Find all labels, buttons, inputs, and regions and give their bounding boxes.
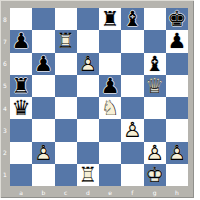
square-d3[interactable]	[77, 119, 99, 141]
file-label-g: g	[144, 187, 166, 198]
square-h3[interactable]	[166, 119, 188, 141]
rank-label-8: 8	[0, 8, 10, 30]
square-f1[interactable]	[121, 164, 143, 186]
square-h8[interactable]: ♚	[166, 8, 188, 30]
square-b4[interactable]	[32, 97, 54, 119]
square-b8[interactable]	[32, 8, 54, 30]
piece-white-king: ♚♔	[144, 164, 166, 186]
rank-label-6: 6	[0, 53, 10, 75]
piece-white-rook: ♜♖	[55, 30, 77, 52]
file-label-d: d	[77, 187, 99, 198]
piece-white-pawn: ♟♙	[32, 142, 54, 164]
file-label-c: c	[55, 187, 77, 198]
chessboard-widget: 87654321 ♜♝♚♟♜♖♟♟♟♙♝♜♟♛♕♛♞♘♟♙♟♙♟♙♟♙♜♖♚♔ …	[0, 0, 200, 200]
square-f3[interactable]: ♟♙	[121, 119, 143, 141]
square-f5[interactable]	[121, 75, 143, 97]
piece-white-queen: ♛♕	[144, 75, 166, 97]
file-label-h: h	[166, 187, 188, 198]
square-g7[interactable]	[144, 30, 166, 52]
rank-label-1: 1	[0, 164, 10, 186]
square-d5[interactable]	[77, 75, 99, 97]
square-g3[interactable]	[144, 119, 166, 141]
square-h6[interactable]	[166, 53, 188, 75]
square-b5[interactable]	[32, 75, 54, 97]
rank-label-3: 3	[0, 119, 10, 141]
square-f2[interactable]	[121, 142, 143, 164]
square-d4[interactable]	[77, 97, 99, 119]
square-a5[interactable]: ♜	[10, 75, 32, 97]
square-g5[interactable]: ♛♕	[144, 75, 166, 97]
square-a6[interactable]	[10, 53, 32, 75]
file-label-a: a	[10, 187, 32, 198]
piece-black-queen: ♛	[10, 97, 32, 119]
square-a8[interactable]	[10, 8, 32, 30]
square-d1[interactable]: ♜♖	[77, 164, 99, 186]
square-e5[interactable]: ♟	[99, 75, 121, 97]
piece-black-rook: ♜	[99, 8, 121, 30]
square-b3[interactable]	[32, 119, 54, 141]
file-label-e: e	[99, 187, 121, 198]
square-e1[interactable]	[99, 164, 121, 186]
rank-label-4: 4	[0, 97, 10, 119]
square-h1[interactable]	[166, 164, 188, 186]
board: ♜♝♚♟♜♖♟♟♟♙♝♜♟♛♕♛♞♘♟♙♟♙♟♙♟♙♜♖♚♔	[10, 8, 188, 186]
square-c5[interactable]	[55, 75, 77, 97]
square-c6[interactable]	[55, 53, 77, 75]
square-c8[interactable]	[55, 8, 77, 30]
square-f8[interactable]: ♝	[121, 8, 143, 30]
rank-label-5: 5	[0, 75, 10, 97]
piece-white-pawn: ♟♙	[77, 53, 99, 75]
square-b2[interactable]: ♟♙	[32, 142, 54, 164]
piece-black-bishop: ♝	[144, 53, 166, 75]
square-g2[interactable]: ♟♙	[144, 142, 166, 164]
square-e2[interactable]	[99, 142, 121, 164]
square-a3[interactable]	[10, 119, 32, 141]
square-h2[interactable]: ♟♙	[166, 142, 188, 164]
piece-black-king: ♚	[166, 8, 188, 30]
square-c7[interactable]: ♜♖	[55, 30, 77, 52]
rank-labels: 87654321	[0, 8, 10, 186]
piece-white-rook: ♜♖	[77, 164, 99, 186]
square-f6[interactable]	[121, 53, 143, 75]
square-c1[interactable]	[55, 164, 77, 186]
square-e3[interactable]	[99, 119, 121, 141]
square-a4[interactable]: ♛	[10, 97, 32, 119]
square-b6[interactable]: ♟	[32, 53, 54, 75]
piece-black-bishop: ♝	[121, 8, 143, 30]
square-b1[interactable]	[32, 164, 54, 186]
square-h7[interactable]: ♟	[166, 30, 188, 52]
square-f7[interactable]	[121, 30, 143, 52]
square-g6[interactable]: ♝	[144, 53, 166, 75]
square-e8[interactable]: ♜	[99, 8, 121, 30]
square-h5[interactable]	[166, 75, 188, 97]
rank-label-7: 7	[0, 30, 10, 52]
square-c3[interactable]	[55, 119, 77, 141]
square-e4[interactable]: ♞♘	[99, 97, 121, 119]
file-label-f: f	[121, 187, 143, 198]
file-labels: abcdefgh	[10, 187, 188, 198]
square-d6[interactable]: ♟♙	[77, 53, 99, 75]
file-label-b: b	[32, 187, 54, 198]
rank-label-2: 2	[0, 142, 10, 164]
piece-white-pawn: ♟♙	[144, 142, 166, 164]
piece-black-pawn: ♟	[99, 75, 121, 97]
square-e6[interactable]	[99, 53, 121, 75]
square-c4[interactable]	[55, 97, 77, 119]
square-a2[interactable]	[10, 142, 32, 164]
piece-black-pawn: ♟	[10, 30, 32, 52]
piece-black-pawn: ♟	[32, 53, 54, 75]
square-f4[interactable]	[121, 97, 143, 119]
square-a7[interactable]: ♟	[10, 30, 32, 52]
square-g4[interactable]	[144, 97, 166, 119]
square-a1[interactable]	[10, 164, 32, 186]
piece-white-pawn: ♟♙	[121, 119, 143, 141]
square-b7[interactable]	[32, 30, 54, 52]
square-c2[interactable]	[55, 142, 77, 164]
square-d2[interactable]	[77, 142, 99, 164]
square-g1[interactable]: ♚♔	[144, 164, 166, 186]
square-h4[interactable]	[166, 97, 188, 119]
piece-black-rook: ♜	[10, 75, 32, 97]
square-d7[interactable]	[77, 30, 99, 52]
piece-white-knight: ♞♘	[99, 97, 121, 119]
square-e7[interactable]	[99, 30, 121, 52]
square-d8[interactable]	[77, 8, 99, 30]
piece-black-pawn: ♟	[166, 30, 188, 52]
piece-white-pawn: ♟♙	[166, 142, 188, 164]
square-g8[interactable]	[144, 8, 166, 30]
